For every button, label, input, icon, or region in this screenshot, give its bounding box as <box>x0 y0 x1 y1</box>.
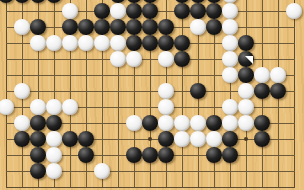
white-stone-c2-r13 <box>14 83 30 99</box>
black-stone-c2-r16 <box>14 131 30 147</box>
white-stone-c9-r11 <box>126 51 142 67</box>
black-stone-c16-r10 <box>238 35 254 51</box>
white-stone-c15-r14 <box>222 99 238 115</box>
black-stone-c11-r10 <box>158 35 174 51</box>
black-stone-c12-r11 <box>174 51 190 67</box>
grid-vline <box>182 0 183 187</box>
black-stone-c11-r16 <box>158 131 174 147</box>
grid-hline <box>6 187 295 188</box>
black-stone-c9-r8 <box>126 3 142 19</box>
white-stone-c13-r16 <box>190 131 206 147</box>
star-point <box>244 137 248 141</box>
grid-vline <box>6 0 7 187</box>
black-stone-c12-r10 <box>174 35 190 51</box>
black-stone-c13-r8 <box>190 3 206 19</box>
black-stone-c7-r9 <box>94 19 110 35</box>
black-stone-c5-r9 <box>62 19 78 35</box>
black-stone-c3-r15 <box>30 115 46 131</box>
white-stone-c9-r15 <box>126 115 142 131</box>
white-stone-c4-r18 <box>46 163 62 179</box>
white-stone-c16-r14 <box>238 99 254 115</box>
black-stone-c16-r12 <box>238 67 254 83</box>
white-stone-c18-r12 <box>270 67 286 83</box>
black-stone-c10-r9 <box>142 19 158 35</box>
white-stone-c16-r13 <box>238 83 254 99</box>
grid-vline <box>294 0 295 187</box>
black-stone-c10-r8 <box>142 3 158 19</box>
black-stone-c4-r7 <box>46 0 62 3</box>
white-stone-c1-r14 <box>0 99 14 115</box>
black-stone-c13-r13 <box>190 83 206 99</box>
white-stone-c8-r8 <box>110 3 126 19</box>
black-stone-c14-r9 <box>206 19 222 35</box>
white-stone-c4-r10 <box>46 35 62 51</box>
white-stone-c12-r15 <box>174 115 190 131</box>
white-stone-c11-r13 <box>158 83 174 99</box>
white-stone-c13-r15 <box>190 115 206 131</box>
white-stone-c4-r17 <box>46 147 62 163</box>
white-stone-c12-r16 <box>174 131 190 147</box>
white-stone-c11-r11 <box>158 51 174 67</box>
white-stone-c15-r11 <box>222 51 238 67</box>
black-stone-c2-r7 <box>14 0 30 3</box>
white-stone-c5-r8 <box>62 3 78 19</box>
black-stone-c5-r16 <box>62 131 78 147</box>
white-stone-c6-r10 <box>78 35 94 51</box>
black-stone-c17-r16 <box>254 131 270 147</box>
white-stone-c3-r10 <box>30 35 46 51</box>
black-stone-c14-r17 <box>206 147 222 163</box>
white-stone-c15-r15 <box>222 115 238 131</box>
black-stone-c17-r15 <box>254 115 270 131</box>
black-stone-c15-r17 <box>222 147 238 163</box>
white-stone-c5-r10 <box>62 35 78 51</box>
white-stone-c2-r9 <box>14 19 30 35</box>
star-point <box>148 137 152 141</box>
black-stone-c10-r10 <box>142 35 158 51</box>
black-stone-c3-r18 <box>30 163 46 179</box>
white-stone-c4-r16 <box>46 131 62 147</box>
black-stone-c6-r17 <box>78 147 94 163</box>
black-stone-c3-r9 <box>30 19 46 35</box>
black-stone-c10-r15 <box>142 115 158 131</box>
white-stone-c8-r10 <box>110 35 126 51</box>
black-stone-c4-r15 <box>46 115 62 131</box>
go-board[interactable] <box>0 0 304 190</box>
white-stone-c19-r8 <box>286 3 302 19</box>
black-stone-c10-r17 <box>142 147 158 163</box>
black-stone-c9-r9 <box>126 19 142 35</box>
black-stone-c7-r8 <box>94 3 110 19</box>
black-stone-c11-r9 <box>158 19 174 35</box>
black-stone-c8-r9 <box>110 19 126 35</box>
white-stone-c16-r15 <box>238 115 254 131</box>
black-stone-c11-r17 <box>158 147 174 163</box>
black-stone-c3-r7 <box>30 0 46 3</box>
white-stone-c15-r8 <box>222 3 238 19</box>
white-stone-c3-r14 <box>30 99 46 115</box>
black-stone-c14-r15 <box>206 115 222 131</box>
black-stone-c6-r9 <box>78 19 94 35</box>
black-stone-c14-r8 <box>206 3 222 19</box>
white-stone-c8-r11 <box>110 51 126 67</box>
black-stone-c15-r16 <box>222 131 238 147</box>
black-stone-c1-r7 <box>0 0 14 3</box>
white-stone-c4-r14 <box>46 99 62 115</box>
black-stone-c6-r16 <box>78 131 94 147</box>
white-stone-c14-r16 <box>206 131 222 147</box>
white-stone-c15-r10 <box>222 35 238 51</box>
black-stone-c18-r13 <box>270 83 286 99</box>
white-stone-c2-r15 <box>14 115 30 131</box>
white-stone-c15-r9 <box>222 19 238 35</box>
white-stone-c17-r12 <box>254 67 270 83</box>
white-stone-c5-r14 <box>62 99 78 115</box>
black-stone-c17-r13 <box>254 83 270 99</box>
white-stone-c7-r18 <box>94 163 110 179</box>
black-stone-c9-r10 <box>126 35 142 51</box>
black-stone-c12-r8 <box>174 3 190 19</box>
black-stone-c9-r17 <box>126 147 142 163</box>
go-app-window <box>0 0 304 190</box>
white-stone-c7-r10 <box>94 35 110 51</box>
white-stone-c15-r12 <box>222 67 238 83</box>
black-stone-c3-r17 <box>30 147 46 163</box>
black-stone-c3-r16 <box>30 131 46 147</box>
white-stone-c13-r9 <box>190 19 206 35</box>
white-stone-c11-r14 <box>158 99 174 115</box>
white-stone-c11-r15 <box>158 115 174 131</box>
